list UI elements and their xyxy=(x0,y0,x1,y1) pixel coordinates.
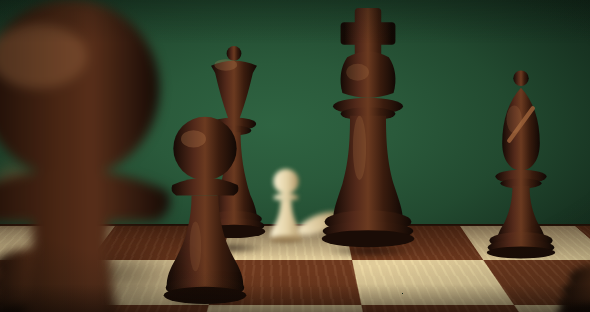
chess-macro-scene xyxy=(0,0,590,312)
cropped-piece-bottom-right xyxy=(548,262,590,312)
black-king-piece xyxy=(316,4,420,254)
bishop-highlight xyxy=(506,106,521,133)
blurred-foreground-pawn xyxy=(0,0,213,312)
black-bishop-piece xyxy=(475,68,567,256)
queen-highlight xyxy=(214,59,237,70)
king-stem-highlight xyxy=(353,116,366,180)
king-crown-highlight xyxy=(346,64,369,81)
